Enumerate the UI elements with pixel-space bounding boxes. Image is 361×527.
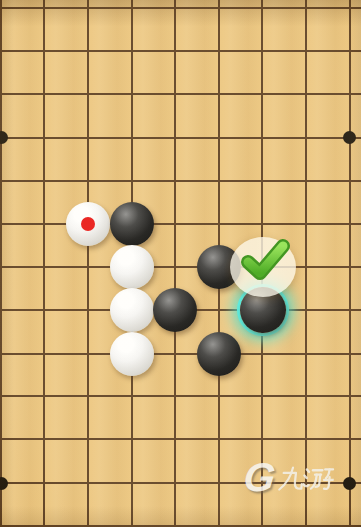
- intersection[interactable]: [66, 116, 110, 159]
- intersection[interactable]: [23, 73, 67, 116]
- intersection[interactable]: [23, 0, 67, 30]
- intersection[interactable]: [110, 418, 154, 461]
- intersection[interactable]: [284, 418, 328, 461]
- checkmark-icon: [238, 236, 292, 284]
- intersection[interactable]: [110, 116, 154, 159]
- intersection[interactable]: [241, 461, 285, 504]
- black-stone: [197, 332, 241, 376]
- intersection[interactable]: [110, 461, 154, 504]
- intersection[interactable]: [23, 332, 67, 375]
- intersection[interactable]: [328, 332, 361, 375]
- intersection[interactable]: [284, 159, 328, 202]
- intersection[interactable]: [197, 418, 241, 461]
- intersection[interactable]: [66, 461, 110, 504]
- intersection[interactable]: [197, 0, 241, 30]
- intersection[interactable]: [328, 375, 361, 418]
- intersection[interactable]: [23, 116, 67, 159]
- intersection[interactable]: [154, 332, 198, 375]
- intersection[interactable]: [23, 30, 67, 73]
- intersection[interactable]: [241, 73, 285, 116]
- intersection[interactable]: [23, 202, 67, 245]
- intersection[interactable]: [328, 289, 361, 332]
- intersection[interactable]: [0, 246, 23, 289]
- intersection[interactable]: [154, 159, 198, 202]
- intersection[interactable]: [154, 73, 198, 116]
- intersection[interactable]: [241, 375, 285, 418]
- intersection[interactable]: [110, 375, 154, 418]
- intersection[interactable]: [66, 375, 110, 418]
- intersection[interactable]: [241, 332, 285, 375]
- intersection[interactable]: [66, 332, 110, 375]
- intersection[interactable]: [284, 461, 328, 504]
- intersection[interactable]: [197, 461, 241, 504]
- last-move-marker: [81, 217, 95, 231]
- intersection[interactable]: [0, 332, 23, 375]
- intersection[interactable]: [23, 289, 67, 332]
- intersection[interactable]: [241, 0, 285, 30]
- intersection[interactable]: [66, 505, 110, 527]
- intersection[interactable]: [66, 246, 110, 289]
- intersection[interactable]: [110, 159, 154, 202]
- white-stone: [110, 288, 154, 332]
- intersection[interactable]: [197, 159, 241, 202]
- intersection[interactable]: [66, 418, 110, 461]
- intersection[interactable]: [66, 289, 110, 332]
- star-point: [343, 477, 356, 490]
- intersection[interactable]: [0, 505, 23, 527]
- intersection[interactable]: [23, 418, 67, 461]
- intersection[interactable]: [284, 73, 328, 116]
- intersection[interactable]: [23, 505, 67, 527]
- intersection[interactable]: [66, 30, 110, 73]
- white-stone: [110, 332, 154, 376]
- intersection[interactable]: [197, 202, 241, 245]
- intersection[interactable]: [154, 30, 198, 73]
- intersection[interactable]: [0, 375, 23, 418]
- intersection[interactable]: [328, 418, 361, 461]
- intersection[interactable]: [197, 30, 241, 73]
- intersection[interactable]: [0, 159, 23, 202]
- intersection[interactable]: [197, 116, 241, 159]
- intersection[interactable]: [197, 73, 241, 116]
- intersection[interactable]: [154, 375, 198, 418]
- intersection[interactable]: [284, 30, 328, 73]
- intersection[interactable]: [197, 375, 241, 418]
- intersection[interactable]: [66, 159, 110, 202]
- intersection[interactable]: [284, 375, 328, 418]
- intersection[interactable]: [0, 73, 23, 116]
- black-stone: [110, 202, 154, 246]
- intersection[interactable]: [284, 0, 328, 30]
- intersection[interactable]: [0, 202, 23, 245]
- intersection[interactable]: [110, 0, 154, 30]
- intersection[interactable]: [197, 289, 241, 332]
- intersection[interactable]: [66, 73, 110, 116]
- white-stone: [66, 202, 110, 246]
- intersection[interactable]: [241, 30, 285, 73]
- intersection[interactable]: [328, 246, 361, 289]
- intersection[interactable]: [110, 505, 154, 527]
- intersection[interactable]: [197, 505, 241, 527]
- intersection[interactable]: [0, 30, 23, 73]
- intersection[interactable]: [23, 375, 67, 418]
- confirm-move-button[interactable]: [230, 237, 296, 297]
- intersection[interactable]: [284, 332, 328, 375]
- intersection[interactable]: [328, 0, 361, 30]
- intersection[interactable]: [23, 246, 67, 289]
- intersection[interactable]: [328, 159, 361, 202]
- intersection[interactable]: [154, 461, 198, 504]
- intersection[interactable]: [154, 116, 198, 159]
- intersection[interactable]: [241, 159, 285, 202]
- star-point: [0, 477, 8, 490]
- intersection[interactable]: [0, 0, 23, 30]
- intersection[interactable]: [154, 0, 198, 30]
- intersection[interactable]: [110, 30, 154, 73]
- intersection[interactable]: [0, 418, 23, 461]
- intersection[interactable]: [23, 159, 67, 202]
- intersection[interactable]: [154, 418, 198, 461]
- intersection[interactable]: [154, 246, 198, 289]
- intersection[interactable]: [241, 116, 285, 159]
- intersection[interactable]: [66, 0, 110, 30]
- intersection[interactable]: [241, 418, 285, 461]
- intersection[interactable]: [154, 505, 198, 527]
- intersection[interactable]: [328, 505, 361, 527]
- intersection[interactable]: [328, 73, 361, 116]
- intersection[interactable]: [284, 289, 328, 332]
- intersection[interactable]: [241, 505, 285, 527]
- intersection[interactable]: [23, 461, 67, 504]
- intersection[interactable]: [328, 202, 361, 245]
- white-stone: [110, 245, 154, 289]
- intersection[interactable]: [328, 30, 361, 73]
- intersection[interactable]: [284, 116, 328, 159]
- intersection[interactable]: [154, 202, 198, 245]
- board-grid[interactable]: [0, 0, 361, 527]
- board-screen: G: [0, 0, 361, 527]
- intersection[interactable]: [110, 73, 154, 116]
- intersection[interactable]: [284, 505, 328, 527]
- intersection[interactable]: [0, 289, 23, 332]
